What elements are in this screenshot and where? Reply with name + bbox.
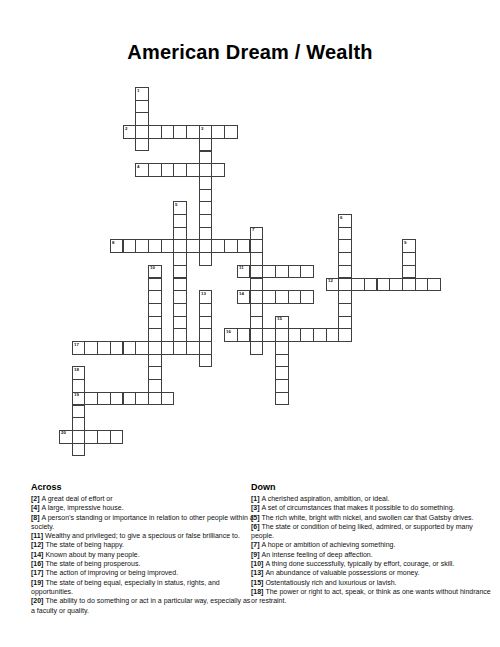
clue-item: [11] Wealthy and privileged; to give a s… (31, 531, 255, 540)
clue-item: [7] A hope or ambition of achieving some… (251, 540, 494, 549)
grid-cell[interactable] (186, 341, 200, 355)
grid-cell[interactable] (135, 392, 149, 406)
grid-cell[interactable] (250, 265, 264, 279)
grid-cell[interactable] (250, 341, 264, 355)
clue-number: [15] (251, 579, 265, 586)
clue-item: [5] The rich white, bright with nickel, … (251, 513, 494, 522)
grid-cell[interactable] (199, 201, 213, 215)
grid-cell[interactable] (173, 341, 187, 355)
grid-cell[interactable] (173, 163, 187, 177)
cell-number: 17 (74, 343, 79, 347)
clue-text: The state of being happy. (45, 541, 123, 548)
grid-cell[interactable] (135, 138, 149, 152)
clue-number: [9] (251, 551, 262, 558)
clue-text: A cherished aspiration, ambition, or ide… (262, 495, 390, 502)
grid-cell[interactable] (237, 328, 251, 342)
cell-number: 11 (239, 266, 244, 270)
grid-cell[interactable] (415, 278, 429, 292)
grid-cell[interactable] (199, 328, 213, 342)
grid-cell[interactable] (148, 290, 162, 304)
grid-cell[interactable] (123, 392, 137, 406)
grid-cell[interactable] (148, 379, 162, 393)
clue-item: [6] The state or condition of being like… (251, 522, 494, 541)
grid-cell[interactable] (173, 265, 187, 279)
cell-number: 2 (125, 127, 127, 131)
grid-cell[interactable] (338, 239, 352, 253)
grid-cell[interactable] (110, 430, 124, 444)
clue-item: [9] An intense feeling of deep affection… (251, 550, 494, 559)
clue-item: [3] A set of circumstances that makes it… (251, 503, 494, 512)
across-header: Across (31, 482, 255, 492)
cell-number: 7 (252, 228, 254, 232)
grid-cell[interactable] (275, 392, 289, 406)
clue-item: [16] The state of being prosperous. (31, 559, 255, 568)
grid-cell[interactable] (161, 341, 175, 355)
grid-cell[interactable] (288, 328, 302, 342)
grid-cell[interactable] (148, 316, 162, 330)
grid-cell[interactable] (275, 328, 289, 342)
grid-cell[interactable] (288, 265, 302, 279)
grid-cell[interactable] (275, 290, 289, 304)
clue-text: The action of improving or being improve… (45, 569, 178, 576)
grid-cell[interactable] (199, 252, 213, 266)
clue-number: [14] (31, 551, 45, 558)
grid-cell[interactable] (161, 239, 175, 253)
cell-number: 16 (226, 330, 231, 334)
clue-number: [11] (31, 532, 45, 539)
grid-cell[interactable] (84, 341, 98, 355)
grid-cell[interactable] (135, 100, 149, 114)
clue-text: A great deal of effort or (42, 495, 113, 502)
clue-text: A person's standing or importance in rel… (31, 514, 254, 530)
grid-cell[interactable] (402, 278, 416, 292)
clue-number: [20] (31, 597, 45, 604)
grid-cell[interactable] (161, 125, 175, 139)
grid-cell[interactable] (275, 379, 289, 393)
grid-cell[interactable] (199, 303, 213, 317)
down-clues-section: Down [1] A cherished aspiration, ambitio… (251, 482, 494, 606)
grid-cell[interactable] (338, 227, 352, 241)
grid-cell[interactable] (148, 125, 162, 139)
grid-cell[interactable] (326, 328, 340, 342)
grid-cell[interactable] (211, 163, 225, 177)
grid-cell[interactable] (148, 163, 162, 177)
grid-cell[interactable] (389, 278, 403, 292)
grid-cell[interactable] (173, 252, 187, 266)
grid-cell[interactable] (173, 290, 187, 304)
grid-cell[interactable] (338, 278, 352, 292)
grid-cell[interactable]: 16 (224, 328, 238, 342)
clue-text: The state or condition of being liked, a… (251, 523, 473, 539)
clue-text: Known about by many people. (45, 551, 139, 558)
grid-cell[interactable]: 14 (237, 290, 251, 304)
grid-cell[interactable] (173, 214, 187, 228)
crossword-grid: 1234567891011121314151617181920 (59, 87, 441, 456)
grid-cell[interactable] (199, 189, 213, 203)
grid-cell[interactable]: 12 (326, 278, 340, 292)
grid-cell[interactable] (148, 328, 162, 342)
cell-number: 3 (201, 127, 203, 131)
grid-cell[interactable] (148, 354, 162, 368)
cell-number: 20 (61, 431, 66, 435)
across-clues-section: Across [2] A great deal of effort or[4] … (31, 482, 255, 615)
grid-cell[interactable] (199, 176, 213, 190)
clue-text: A thing done successfully, typically by … (265, 560, 454, 567)
grid-cell[interactable] (211, 125, 225, 139)
grid-cell[interactable] (148, 278, 162, 292)
clue-number: [12] (31, 541, 45, 548)
clue-number: [17] (31, 569, 45, 576)
clue-text: Ostentatiously rich and luxurious or lav… (265, 579, 396, 586)
grid-cell[interactable] (72, 379, 86, 393)
grid-cell[interactable] (275, 265, 289, 279)
grid-cell[interactable]: 9 (402, 239, 416, 253)
grid-cell[interactable] (135, 112, 149, 126)
grid-cell[interactable]: 10 (148, 265, 162, 279)
grid-cell[interactable] (300, 328, 314, 342)
clue-item: [20] The ability to do something or act … (31, 596, 255, 615)
grid-cell[interactable] (364, 278, 378, 292)
grid-cell[interactable] (173, 227, 187, 241)
grid-cell[interactable] (250, 252, 264, 266)
grid-cell[interactable]: 2 (123, 125, 137, 139)
clue-item: [17] The action of improving or being im… (31, 568, 255, 577)
grid-cell[interactable] (173, 278, 187, 292)
grid-cell[interactable] (148, 239, 162, 253)
grid-cell[interactable]: 15 (275, 316, 289, 330)
grid-cell[interactable] (377, 278, 391, 292)
clue-text: An intense feeling of deep affection. (262, 551, 373, 558)
grid-cell[interactable]: 20 (59, 430, 73, 444)
grid-cell[interactable] (173, 316, 187, 330)
grid-cell[interactable] (148, 341, 162, 355)
grid-cell[interactable] (402, 265, 416, 279)
cell-number: 15 (277, 317, 282, 321)
grid-cell[interactable] (161, 163, 175, 177)
grid-cell[interactable] (135, 239, 149, 253)
grid-cell[interactable] (199, 239, 213, 253)
grid-cell[interactable] (262, 328, 276, 342)
cell-number: 4 (137, 165, 139, 169)
grid-cell[interactable] (427, 278, 441, 292)
grid-cell[interactable]: 8 (110, 239, 124, 253)
cell-number: 12 (328, 279, 333, 283)
clue-item: [15] Ostentatiously rich and luxurious o… (251, 578, 494, 587)
clue-item: [18] The power or right to act, speak, o… (251, 587, 494, 606)
clue-number: [3] (251, 504, 262, 511)
grid-cell[interactable] (300, 290, 314, 304)
grid-cell[interactable] (262, 265, 276, 279)
grid-cell[interactable] (402, 252, 416, 266)
grid-cell[interactable] (224, 239, 238, 253)
grid-cell[interactable]: 7 (250, 227, 264, 241)
grid-cell[interactable] (199, 227, 213, 241)
grid-cell[interactable] (199, 163, 213, 177)
clue-number: [5] (251, 514, 262, 521)
grid-cell[interactable] (338, 290, 352, 304)
clue-item: [1] A cherished aspiration, ambition, or… (251, 494, 494, 503)
clue-item: [19] The state of being equal, especiall… (31, 578, 255, 597)
clue-text: The power or right to act, speak, or thi… (251, 588, 491, 604)
grid-cell[interactable] (338, 252, 352, 266)
grid-cell[interactable] (110, 341, 124, 355)
cell-number: 9 (404, 241, 406, 245)
cell-number: 19 (74, 393, 79, 397)
grid-cell[interactable] (211, 239, 225, 253)
grid-cell[interactable] (186, 163, 200, 177)
grid-cell[interactable] (275, 366, 289, 380)
grid-cell[interactable] (148, 392, 162, 406)
grid-cell[interactable] (313, 328, 327, 342)
grid-cell[interactable] (148, 303, 162, 317)
grid-cell[interactable] (199, 316, 213, 330)
grid-cell[interactable] (237, 239, 251, 253)
grid-cell[interactable] (186, 239, 200, 253)
grid-cell[interactable] (250, 316, 264, 330)
clue-text: The rich white, bright with nickel, and … (262, 514, 474, 521)
clue-item: [13] An abundance of valuable possession… (251, 568, 494, 577)
grid-cell[interactable] (135, 341, 149, 355)
grid-cell[interactable] (84, 430, 98, 444)
grid-cell[interactable] (72, 417, 86, 431)
clue-number: [13] (251, 569, 265, 576)
grid-cell[interactable] (338, 265, 352, 279)
clue-item: [4] A large, impressive house. (31, 503, 255, 512)
grid-cell[interactable] (84, 392, 98, 406)
clue-number: [8] (31, 514, 42, 521)
grid-cell[interactable] (250, 303, 264, 317)
cell-number: 1 (137, 89, 139, 93)
grid-cell[interactable] (123, 341, 137, 355)
grid-cell[interactable] (173, 303, 187, 317)
clue-text: The ability to do something or act in a … (31, 597, 250, 613)
grid-cell[interactable] (173, 328, 187, 342)
grid-cell[interactable]: 19 (72, 392, 86, 406)
grid-cell[interactable] (173, 239, 187, 253)
cell-number: 10 (150, 266, 155, 270)
grid-cell[interactable]: 13 (199, 290, 213, 304)
grid-cell[interactable] (199, 354, 213, 368)
grid-cell[interactable]: 1 (135, 87, 149, 101)
clue-number: [19] (31, 579, 45, 586)
grid-cell[interactable] (250, 328, 264, 342)
grid-cell[interactable]: 18 (72, 366, 86, 380)
clue-text: The state of being prosperous. (45, 560, 140, 567)
clue-number: [10] (251, 560, 265, 567)
grid-cell[interactable]: 17 (72, 341, 86, 355)
grid-cell[interactable] (199, 214, 213, 228)
clue-text: A set of circumstances that makes it pos… (262, 504, 455, 511)
grid-cell[interactable]: 3 (199, 125, 213, 139)
clue-number: [6] (251, 523, 262, 530)
grid-cell[interactable] (288, 290, 302, 304)
clue-number: [1] (251, 495, 262, 502)
grid-cell[interactable] (351, 278, 365, 292)
cell-number: 13 (201, 292, 206, 296)
grid-cell[interactable] (250, 290, 264, 304)
clue-number: [16] (31, 560, 45, 567)
clue-item: [14] Known about by many people. (31, 550, 255, 559)
grid-cell[interactable] (161, 392, 175, 406)
clue-item: [10] A thing done successfully, typicall… (251, 559, 494, 568)
grid-cell[interactable] (135, 125, 149, 139)
grid-cell[interactable] (199, 151, 213, 165)
grid-cell[interactable]: 4 (135, 163, 149, 177)
across-clue-list: [2] A great deal of effort or[4] A large… (31, 494, 255, 615)
grid-cell[interactable] (186, 125, 200, 139)
grid-cell[interactable] (275, 341, 289, 355)
grid-cell[interactable] (72, 430, 86, 444)
grid-cell[interactable] (97, 392, 111, 406)
grid-cell[interactable] (110, 392, 124, 406)
puzzle-title: American Dream / Wealth (0, 41, 500, 64)
grid-cell[interactable] (72, 405, 86, 419)
cell-number: 14 (239, 292, 244, 296)
cell-number: 6 (340, 216, 342, 220)
clue-text: A large, impressive house. (42, 504, 124, 511)
cell-number: 5 (175, 203, 177, 207)
grid-cell[interactable] (199, 138, 213, 152)
clue-number: [2] (31, 495, 42, 502)
grid-cell[interactable] (72, 443, 86, 457)
grid-cell[interactable] (262, 290, 276, 304)
clue-text: An abundance of valuable possessions or … (265, 569, 419, 576)
clue-number: [7] (251, 541, 262, 548)
grid-cell[interactable] (250, 239, 264, 253)
grid-cell[interactable] (250, 278, 264, 292)
grid-cell[interactable] (338, 303, 352, 317)
down-header: Down (251, 482, 494, 492)
down-clue-list: [1] A cherished aspiration, ambition, or… (251, 494, 494, 606)
clue-number: [18] (251, 588, 265, 595)
cell-number: 8 (112, 241, 114, 245)
grid-cell[interactable] (275, 354, 289, 368)
grid-cell[interactable] (338, 316, 352, 330)
grid-cell[interactable] (123, 239, 137, 253)
grid-cell[interactable] (97, 341, 111, 355)
clue-item: [8] A person's standing or importance in… (31, 513, 255, 532)
grid-cell[interactable] (224, 125, 238, 139)
grid-cell[interactable]: 11 (237, 265, 251, 279)
clue-text: A hope or ambition of achieving somethin… (262, 541, 396, 548)
grid-cell[interactable] (97, 430, 111, 444)
clue-item: [12] The state of being happy. (31, 540, 255, 549)
grid-cell[interactable] (148, 366, 162, 380)
clue-item: [2] A great deal of effort or (31, 494, 255, 503)
clue-number: [4] (31, 504, 42, 511)
grid-cell[interactable] (338, 328, 352, 342)
clue-text: Wealthy and privileged; to give a specio… (45, 532, 240, 539)
clue-text: The state of being equal, especially in … (31, 579, 220, 595)
grid-cell[interactable] (199, 341, 213, 355)
grid-cell[interactable]: 6 (338, 214, 352, 228)
grid-cell[interactable] (300, 265, 314, 279)
cell-number: 18 (74, 368, 79, 372)
grid-cell[interactable]: 5 (173, 201, 187, 215)
grid-cell[interactable] (173, 125, 187, 139)
